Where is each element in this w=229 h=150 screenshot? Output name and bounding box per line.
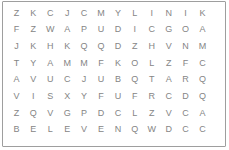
grid-cell[interactable]: C <box>42 5 59 22</box>
grid-cell[interactable]: K <box>109 55 126 72</box>
grid-cell[interactable]: R <box>177 72 194 89</box>
grid-cell[interactable]: C <box>194 121 211 138</box>
grid-cell[interactable]: U <box>42 72 59 89</box>
grid-cell[interactable]: V <box>76 121 93 138</box>
grid-cell[interactable]: H <box>42 38 59 55</box>
grid-cell[interactable]: A <box>194 105 211 122</box>
grid-cell[interactable]: M <box>93 5 110 22</box>
grid-cell[interactable]: C <box>194 55 211 72</box>
grid-cell[interactable]: U <box>93 72 110 89</box>
grid-cell[interactable]: D <box>93 105 110 122</box>
grid-cell[interactable]: E <box>25 121 42 138</box>
grid-cell[interactable]: L <box>126 105 143 122</box>
grid-cell[interactable]: K <box>194 5 211 22</box>
grid-cell[interactable]: M <box>76 55 93 72</box>
grid-cell[interactable]: Q <box>194 88 211 105</box>
grid-cell[interactable]: U <box>109 88 126 105</box>
grid-cell[interactable]: C <box>59 72 76 89</box>
grid-cell[interactable]: Q <box>126 121 143 138</box>
grid-cell[interactable]: P <box>76 105 93 122</box>
grid-cell[interactable]: K <box>25 38 42 55</box>
grid-cell[interactable]: Z <box>8 5 25 22</box>
grid-cell[interactable]: Q <box>76 38 93 55</box>
grid-cell[interactable]: M <box>194 38 211 55</box>
grid-cell[interactable]: T <box>8 55 25 72</box>
grid-cell[interactable]: F <box>93 55 110 72</box>
grid-cell[interactable]: Y <box>76 88 93 105</box>
grid-cell[interactable]: I <box>143 5 160 22</box>
grid-cell[interactable]: A <box>8 72 25 89</box>
word-search-board: ZKCJCMYLINIKFZWAPUDICGOAJKHKQQDZHVNMTYAM… <box>2 1 226 147</box>
grid-cell[interactable]: K <box>59 38 76 55</box>
grid-cell[interactable]: C <box>177 121 194 138</box>
grid-cell[interactable]: Y <box>25 55 42 72</box>
grid-cell[interactable]: P <box>76 22 93 39</box>
grid-cell[interactable]: R <box>143 88 160 105</box>
grid-cell[interactable]: N <box>177 38 194 55</box>
grid-cell[interactable]: U <box>93 22 110 39</box>
grid-cell[interactable]: W <box>42 22 59 39</box>
grid-cell[interactable]: Z <box>126 38 143 55</box>
grid-cell[interactable]: Z <box>8 105 25 122</box>
grid-cell[interactable]: J <box>59 5 76 22</box>
grid-cell[interactable]: C <box>109 105 126 122</box>
grid-cell[interactable]: X <box>59 88 76 105</box>
grid-cell[interactable]: C <box>160 88 177 105</box>
grid-cell[interactable]: B <box>8 121 25 138</box>
grid-cell[interactable]: V <box>42 105 59 122</box>
grid-cell[interactable]: B <box>109 72 126 89</box>
grid-cell[interactable]: I <box>25 88 42 105</box>
grid-cell[interactable]: O <box>126 55 143 72</box>
grid-cell[interactable]: N <box>160 5 177 22</box>
grid-cell[interactable]: A <box>194 22 211 39</box>
grid-cell[interactable]: O <box>177 22 194 39</box>
grid-cell[interactable]: C <box>76 5 93 22</box>
grid-cell[interactable]: C <box>177 105 194 122</box>
grid-cell[interactable]: N <box>109 121 126 138</box>
grid-cell[interactable]: V <box>25 72 42 89</box>
grid-cell[interactable]: H <box>143 38 160 55</box>
grid-cell[interactable]: D <box>109 38 126 55</box>
grid-cell[interactable]: L <box>42 121 59 138</box>
grid-cell[interactable]: E <box>93 121 110 138</box>
grid-cell[interactable]: E <box>59 121 76 138</box>
grid-cell[interactable]: Z <box>143 105 160 122</box>
grid-cell[interactable]: F <box>177 55 194 72</box>
grid-cell[interactable]: L <box>126 5 143 22</box>
grid-cell[interactable]: I <box>126 22 143 39</box>
grid-cell[interactable]: F <box>93 88 110 105</box>
grid-cell[interactable]: C <box>143 22 160 39</box>
grid-cell[interactable]: Q <box>93 38 110 55</box>
grid-cell[interactable]: T <box>143 72 160 89</box>
grid-cell[interactable]: L <box>143 55 160 72</box>
grid-cell[interactable]: A <box>59 22 76 39</box>
grid-cell[interactable]: A <box>42 55 59 72</box>
grid-cell[interactable]: V <box>160 38 177 55</box>
grid-cell[interactable]: J <box>8 38 25 55</box>
grid-cell[interactable]: G <box>160 22 177 39</box>
grid-cell[interactable]: M <box>59 55 76 72</box>
grid-cell[interactable]: F <box>8 22 25 39</box>
grid-cell[interactable]: Y <box>109 5 126 22</box>
grid-cell[interactable]: Q <box>194 72 211 89</box>
grid-cell[interactable]: Q <box>126 72 143 89</box>
grid-cell[interactable]: F <box>126 88 143 105</box>
grid-cell[interactable]: D <box>177 88 194 105</box>
grid-cell[interactable]: W <box>143 121 160 138</box>
grid-cell[interactable]: D <box>109 22 126 39</box>
grid-cell[interactable]: V <box>8 88 25 105</box>
grid-cell[interactable]: A <box>160 72 177 89</box>
grid-cell[interactable]: Z <box>160 55 177 72</box>
grid-cell[interactable]: I <box>177 5 194 22</box>
grid-cell[interactable]: K <box>25 5 42 22</box>
letter-grid: ZKCJCMYLINIKFZWAPUDICGOAJKHKQQDZHVNMTYAM… <box>8 5 211 138</box>
grid-cell[interactable]: J <box>76 72 93 89</box>
grid-cell[interactable]: V <box>160 105 177 122</box>
grid-cell[interactable]: Q <box>25 105 42 122</box>
grid-cell[interactable]: Z <box>25 22 42 39</box>
grid-cell[interactable]: S <box>42 88 59 105</box>
grid-cell[interactable]: G <box>59 105 76 122</box>
grid-cell[interactable]: D <box>160 121 177 138</box>
